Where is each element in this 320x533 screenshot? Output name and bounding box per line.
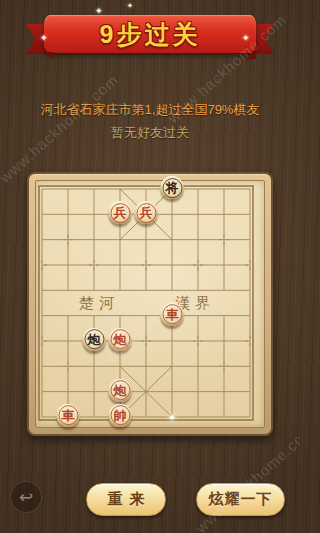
piece-black-炮[interactable]: 炮 [83, 328, 106, 351]
piece-character: 炮 [114, 384, 127, 397]
level-title: 9步过关 [100, 18, 201, 51]
show-off-button[interactable]: 炫耀一下 [196, 483, 285, 516]
friends-status-text: 暂无好友过关 [0, 124, 300, 142]
piece-red-車[interactable]: 車 [57, 404, 80, 427]
undo-arrow-icon: ↩ [19, 489, 33, 506]
piece-character: 車 [166, 308, 179, 321]
restart-button[interactable]: 重来 [86, 483, 166, 516]
piece-character: 帥 [114, 409, 127, 422]
watermark: www.hackhome.com [192, 421, 300, 533]
piece-red-車[interactable]: 車 [161, 303, 184, 326]
piece-character: 兵 [114, 206, 127, 219]
piece-red-兵[interactable]: 兵 [135, 201, 158, 224]
piece-red-帥[interactable]: 帥 [109, 404, 132, 427]
back-button[interactable]: ↩ [10, 481, 42, 513]
piece-black-将[interactable]: 将 [161, 176, 184, 199]
piece-red-兵[interactable]: 兵 [109, 201, 132, 224]
piece-character: 炮 [114, 333, 127, 346]
xiangqi-board[interactable]: 楚河 漢界 将兵兵車炮炮炮車帥✦ [42, 189, 250, 417]
level-banner: 9步过关 ✦ ✦ ✦ ✦ [0, 0, 300, 70]
piece-character: 将 [166, 181, 179, 194]
piece-character: 炮 [88, 333, 101, 346]
river-label-left: 楚河 [79, 294, 119, 313]
sparkle-icon: ✦ [127, 2, 133, 10]
piece-character: 車 [62, 409, 75, 422]
stats-block: 河北省石家庄市第1,超过全国79%棋友 暂无好友过关 [0, 101, 300, 142]
piece-red-炮[interactable]: 炮 [109, 328, 132, 351]
ribbon-body: 9步过关 [44, 15, 256, 53]
rank-text: 河北省石家庄市第1,超过全国79%棋友 [0, 101, 300, 119]
piece-character: 兵 [140, 206, 153, 219]
piece-red-炮[interactable]: 炮 [109, 379, 132, 402]
